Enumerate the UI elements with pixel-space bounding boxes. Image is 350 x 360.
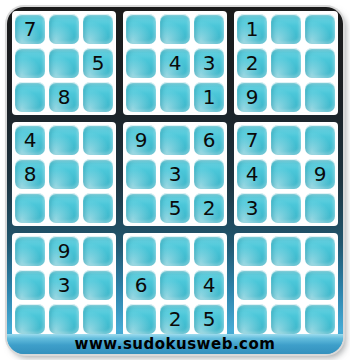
cell-r6c4[interactable] <box>126 193 156 223</box>
cell-r2c2[interactable] <box>49 48 79 78</box>
cell-r9c1[interactable] <box>15 304 45 334</box>
cell-r2c9[interactable] <box>305 48 335 78</box>
cell-r1c8[interactable] <box>271 14 301 44</box>
cell-r3c8[interactable] <box>271 82 301 112</box>
cell-r3c9[interactable] <box>305 82 335 112</box>
cell-r8c3[interactable] <box>83 270 113 300</box>
cell-r8c9[interactable] <box>305 270 335 300</box>
cell-r8c8[interactable] <box>271 270 301 300</box>
cell-r9c2[interactable] <box>49 304 79 334</box>
cell-r6c1[interactable] <box>15 193 45 223</box>
sudoku-box-8: 6425 <box>123 233 227 337</box>
cell-r6c2[interactable] <box>49 193 79 223</box>
cell-r8c7[interactable] <box>237 270 267 300</box>
sudoku-box-2: 431 <box>123 11 227 115</box>
cell-r6c7[interactable]: 3 <box>237 193 267 223</box>
cell-r5c9[interactable]: 9 <box>305 159 335 189</box>
cell-r4c6[interactable]: 6 <box>194 125 224 155</box>
cell-r3c3[interactable] <box>83 82 113 112</box>
sudoku-box-3: 129 <box>234 11 338 115</box>
cell-r4c5[interactable] <box>160 125 190 155</box>
cell-r7c8[interactable] <box>271 236 301 266</box>
cell-r6c6[interactable]: 2 <box>194 193 224 223</box>
sudoku-box-7: 93 <box>12 233 116 337</box>
cell-r3c1[interactable] <box>15 82 45 112</box>
cell-r4c4[interactable]: 9 <box>126 125 156 155</box>
cell-r6c5[interactable]: 5 <box>160 193 190 223</box>
cell-r6c9[interactable] <box>305 193 335 223</box>
cell-r8c5[interactable] <box>160 270 190 300</box>
sudoku-board: 75843112948963527493936425 <box>12 11 338 337</box>
cell-r2c7[interactable]: 2 <box>237 48 267 78</box>
cell-r1c5[interactable] <box>160 14 190 44</box>
cell-r8c1[interactable] <box>15 270 45 300</box>
site-url[interactable]: www.sudokusweb.com <box>75 335 276 353</box>
cell-r7c1[interactable] <box>15 236 45 266</box>
cell-r7c6[interactable] <box>194 236 224 266</box>
cell-r9c7[interactable] <box>237 304 267 334</box>
cell-r9c4[interactable] <box>126 304 156 334</box>
cell-r3c2[interactable]: 8 <box>49 82 79 112</box>
sudoku-box-4: 48 <box>12 122 116 226</box>
sudoku-box-5: 96352 <box>123 122 227 226</box>
cell-r1c2[interactable] <box>49 14 79 44</box>
cell-r7c7[interactable] <box>237 236 267 266</box>
cell-r9c9[interactable] <box>305 304 335 334</box>
cell-r7c2[interactable]: 9 <box>49 236 79 266</box>
cell-r6c8[interactable] <box>271 193 301 223</box>
cell-r8c6[interactable]: 4 <box>194 270 224 300</box>
cell-r5c8[interactable] <box>271 159 301 189</box>
cell-r8c4[interactable]: 6 <box>126 270 156 300</box>
sudoku-box-9 <box>234 233 338 337</box>
cell-r2c1[interactable] <box>15 48 45 78</box>
cell-r7c3[interactable] <box>83 236 113 266</box>
cell-r3c6[interactable]: 1 <box>194 82 224 112</box>
cell-r5c1[interactable]: 8 <box>15 159 45 189</box>
cell-r5c3[interactable] <box>83 159 113 189</box>
cell-r1c7[interactable]: 1 <box>237 14 267 44</box>
cell-r7c5[interactable] <box>160 236 190 266</box>
sudoku-board-frame: 75843112948963527493936425 www.sudokuswe… <box>7 7 343 354</box>
cell-r9c5[interactable]: 2 <box>160 304 190 334</box>
sudoku-box-1: 758 <box>12 11 116 115</box>
cell-r1c6[interactable] <box>194 14 224 44</box>
cell-r1c1[interactable]: 7 <box>15 14 45 44</box>
cell-r4c1[interactable]: 4 <box>15 125 45 155</box>
cell-r2c5[interactable]: 4 <box>160 48 190 78</box>
cell-r9c6[interactable]: 5 <box>194 304 224 334</box>
cell-r3c7[interactable]: 9 <box>237 82 267 112</box>
cell-r2c6[interactable]: 3 <box>194 48 224 78</box>
cell-r8c2[interactable]: 3 <box>49 270 79 300</box>
cell-r2c3[interactable]: 5 <box>83 48 113 78</box>
cell-r3c5[interactable] <box>160 82 190 112</box>
cell-r9c3[interactable] <box>83 304 113 334</box>
cell-r5c2[interactable] <box>49 159 79 189</box>
cell-r5c5[interactable]: 3 <box>160 159 190 189</box>
cell-r6c3[interactable] <box>83 193 113 223</box>
cell-r4c2[interactable] <box>49 125 79 155</box>
cell-r2c4[interactable] <box>126 48 156 78</box>
cell-r5c6[interactable] <box>194 159 224 189</box>
cell-r7c9[interactable] <box>305 236 335 266</box>
cell-r4c9[interactable] <box>305 125 335 155</box>
cell-r5c4[interactable] <box>126 159 156 189</box>
cell-r5c7[interactable]: 4 <box>237 159 267 189</box>
cell-r1c3[interactable] <box>83 14 113 44</box>
sudoku-box-6: 7493 <box>234 122 338 226</box>
cell-r4c8[interactable] <box>271 125 301 155</box>
cell-r1c4[interactable] <box>126 14 156 44</box>
cell-r1c9[interactable] <box>305 14 335 44</box>
cell-r3c4[interactable] <box>126 82 156 112</box>
cell-r4c3[interactable] <box>83 125 113 155</box>
cell-r2c8[interactable] <box>271 48 301 78</box>
cell-r7c4[interactable] <box>126 236 156 266</box>
cell-r4c7[interactable]: 7 <box>237 125 267 155</box>
sudoku-page: 75843112948963527493936425 www.sudokuswe… <box>0 0 350 360</box>
cell-r9c8[interactable] <box>271 304 301 334</box>
footer-bar: www.sudokusweb.com <box>7 334 343 354</box>
